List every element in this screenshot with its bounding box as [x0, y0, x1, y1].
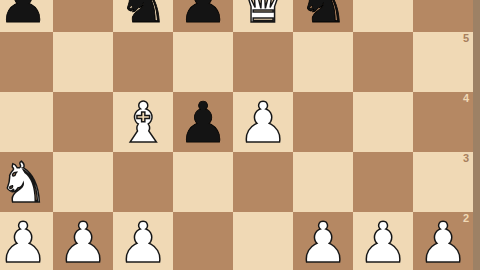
square-h4[interactable]: 4 — [413, 92, 473, 152]
square-e2[interactable] — [233, 212, 293, 270]
white-pawn[interactable]: ♟ — [53, 213, 113, 270]
square-d3[interactable] — [173, 152, 233, 212]
white-pawn[interactable]: ♟ — [413, 213, 473, 270]
square-d2[interactable] — [173, 212, 233, 270]
square-a5[interactable] — [0, 32, 53, 92]
square-d4[interactable]: ♟ — [173, 92, 233, 152]
square-e6[interactable]: ♛ — [233, 0, 293, 32]
white-knight[interactable]: ♞ — [0, 153, 53, 213]
square-a2[interactable]: ♟ — [0, 212, 53, 270]
square-a3[interactable]: ♞ — [0, 152, 53, 212]
square-g3[interactable] — [353, 152, 413, 212]
square-c4[interactable]: ♝ — [113, 92, 173, 152]
white-pawn[interactable]: ♟ — [353, 213, 413, 270]
black-knight[interactable]: ♞ — [293, 0, 353, 33]
square-b3[interactable] — [53, 152, 113, 212]
square-b6[interactable] — [53, 0, 113, 32]
square-e5[interactable] — [233, 32, 293, 92]
black-pawn[interactable]: ♟ — [173, 0, 233, 33]
square-g6[interactable] — [353, 0, 413, 32]
square-h2[interactable]: 2♟ — [413, 212, 473, 270]
rank-label-4: 4 — [463, 93, 469, 104]
square-f6[interactable]: ♞ — [293, 0, 353, 32]
square-h5[interactable]: 5 — [413, 32, 473, 92]
white-queen[interactable]: ♛ — [233, 0, 293, 33]
white-pawn[interactable]: ♟ — [0, 213, 53, 270]
square-e4[interactable]: ♟ — [233, 92, 293, 152]
chess-board-viewport: 87♟♞♟♛♞65♝♟♟4♞3♟♟♟♟♟2♟1 — [0, 0, 480, 270]
rank-label-3: 3 — [463, 153, 469, 164]
square-a4[interactable] — [0, 92, 53, 152]
square-b2[interactable]: ♟ — [53, 212, 113, 270]
square-f5[interactable] — [293, 32, 353, 92]
black-pawn[interactable]: ♟ — [0, 0, 53, 33]
black-knight[interactable]: ♞ — [113, 0, 173, 33]
square-e3[interactable] — [233, 152, 293, 212]
square-g4[interactable] — [353, 92, 413, 152]
square-c2[interactable]: ♟ — [113, 212, 173, 270]
square-h6[interactable]: 6 — [413, 0, 473, 32]
square-c6[interactable]: ♞ — [113, 0, 173, 32]
square-f4[interactable] — [293, 92, 353, 152]
white-pawn[interactable]: ♟ — [113, 213, 173, 270]
square-f3[interactable] — [293, 152, 353, 212]
white-pawn[interactable]: ♟ — [293, 213, 353, 270]
rank-label-5: 5 — [463, 33, 469, 44]
square-f2[interactable]: ♟ — [293, 212, 353, 270]
square-c3[interactable] — [113, 152, 173, 212]
square-g5[interactable] — [353, 32, 413, 92]
square-a6[interactable]: ♟ — [0, 0, 53, 32]
white-bishop[interactable]: ♝ — [113, 93, 173, 153]
white-pawn[interactable]: ♟ — [233, 93, 293, 153]
square-d5[interactable] — [173, 32, 233, 92]
square-g2[interactable]: ♟ — [353, 212, 413, 270]
square-b5[interactable] — [53, 32, 113, 92]
square-d6[interactable]: ♟ — [173, 0, 233, 32]
square-h3[interactable]: 3 — [413, 152, 473, 212]
square-b4[interactable] — [53, 92, 113, 152]
square-c5[interactable] — [113, 32, 173, 92]
black-pawn[interactable]: ♟ — [173, 93, 233, 153]
chess-board[interactable]: 87♟♞♟♛♞65♝♟♟4♞3♟♟♟♟♟2♟1 — [0, 0, 473, 270]
